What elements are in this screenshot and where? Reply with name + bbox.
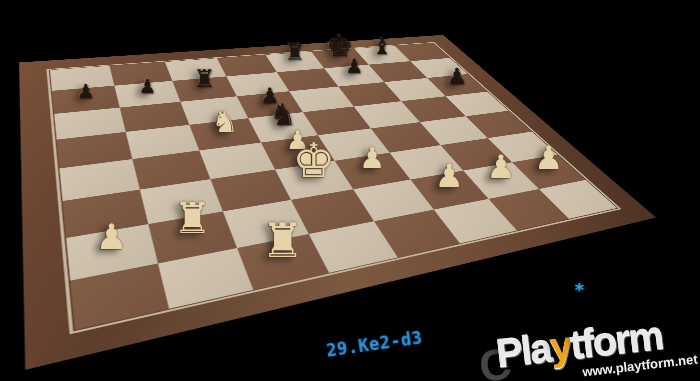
move-caption: 29.Ke2-d3 — [325, 327, 423, 360]
annotation-star: * — [574, 279, 585, 300]
piece-bP-h6[interactable]: ♟ — [397, 65, 517, 87]
piece-bN-d5[interactable]: ♞ — [223, 100, 343, 130]
watermark-brand-part1: Pla — [494, 325, 553, 375]
piece-wR-c1[interactable]: ♜ — [223, 217, 343, 265]
piece-bP-f7[interactable]: ♟ — [294, 57, 414, 77]
game-screen: 29.Ke2-d3 * C Playtform www.playtform.ne… — [0, 0, 700, 381]
piece-wP-h2[interactable]: ♟ — [489, 142, 609, 174]
piece-bB-g8[interactable]: ♝ — [322, 35, 442, 57]
